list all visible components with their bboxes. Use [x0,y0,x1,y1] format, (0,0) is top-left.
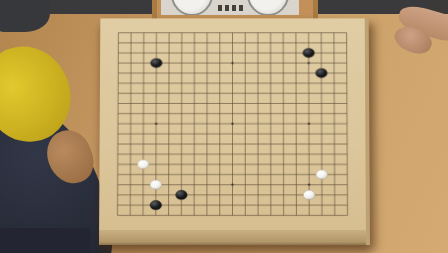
star-point [308,123,311,125]
grid-line-vertical [169,33,170,216]
grid-line-vertical [321,33,322,216]
star-point [308,184,311,186]
grid-line-vertical [334,33,335,216]
board-grid[interactable] [109,26,356,222]
stone-white-C6[interactable] [137,160,149,169]
stone-white-Q3[interactable] [303,190,315,199]
clock-dial-left [171,0,213,15]
star-point [155,123,158,125]
stone-black-R15[interactable] [316,68,328,77]
star-point [307,62,310,64]
star-point [231,62,234,64]
stone-black-D16[interactable] [150,58,162,67]
stone-black-F3[interactable] [176,190,188,199]
stone-black-D2[interactable] [150,200,162,209]
go-board[interactable] [99,18,370,245]
left-player-lap-fabric [0,228,90,253]
clock-dial-right [247,0,289,15]
left-player-shoulder [0,0,50,32]
grid-line-vertical [347,33,348,216]
stone-black-Q17[interactable] [303,48,315,57]
clock-buttons[interactable] [218,5,244,11]
grid-line-vertical [117,33,118,216]
star-point [231,184,234,186]
grid-line-vertical [143,33,144,216]
go-game-photo [0,0,448,253]
star-point [231,123,234,125]
clock-face-panel [161,0,299,15]
board-front-edge [99,230,366,245]
stone-white-R5[interactable] [316,170,328,179]
stone-white-D4[interactable] [150,180,162,189]
grid-line-vertical [130,33,131,216]
